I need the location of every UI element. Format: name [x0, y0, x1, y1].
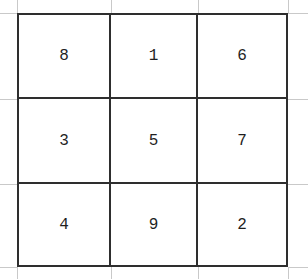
grid-extension-tick — [288, 0, 289, 13]
cell-r0c0: 8 — [19, 15, 111, 99]
cell-r1c2: 7 — [198, 99, 286, 184]
cell-r1c1: 5 — [111, 99, 198, 184]
grid-extension-tick — [288, 267, 308, 268]
grid-extension-tick — [0, 13, 17, 14]
cell-r0c2: 6 — [198, 15, 286, 99]
grid-extension-tick — [17, 267, 18, 279]
grid-extension-tick — [198, 267, 199, 279]
cell-r2c0: 4 — [19, 184, 111, 265]
magic-square-diagram: { "game": "magic-square", "position": "8… — [0, 0, 308, 279]
grid-extension-tick — [111, 0, 112, 13]
grid-extension-tick — [0, 184, 17, 185]
grid-extension-tick — [0, 267, 17, 268]
magic-square-board: 8 1 6 3 5 7 4 9 2 — [17, 13, 288, 267]
cell-r1c0: 3 — [19, 99, 111, 184]
cell-r2c1: 9 — [111, 184, 198, 265]
grid-extension-tick — [288, 267, 289, 279]
grid-extension-tick — [17, 0, 18, 13]
cell-r2c2: 2 — [198, 184, 286, 265]
grid-extension-tick — [111, 267, 112, 279]
grid-extension-tick — [0, 99, 17, 100]
grid-extension-tick — [288, 99, 308, 100]
cell-r0c1: 1 — [111, 15, 198, 99]
grid-extension-tick — [198, 0, 199, 13]
grid-extension-tick — [288, 184, 308, 185]
grid-extension-tick — [288, 13, 308, 14]
